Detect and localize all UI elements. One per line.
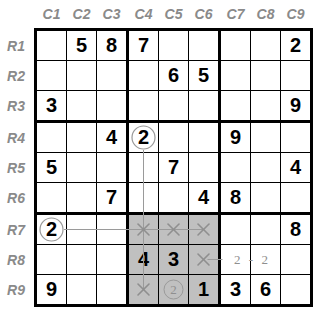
cell-R8C2[interactable] bbox=[67, 245, 97, 275]
row-label-R6: R6 bbox=[0, 190, 32, 206]
cell-R6C8[interactable] bbox=[251, 183, 281, 215]
cell-R8C1[interactable] bbox=[37, 245, 67, 275]
cell-R5C3[interactable] bbox=[97, 153, 129, 183]
given-digit: 3 bbox=[168, 248, 179, 271]
col-label-C3: C3 bbox=[97, 6, 127, 22]
cell-R6C6[interactable]: 4 bbox=[189, 183, 221, 215]
cell-R4C3[interactable]: 4 bbox=[97, 123, 129, 153]
given-digit: 6 bbox=[260, 278, 271, 301]
given-digit: 3 bbox=[46, 94, 57, 117]
given-digit: 9 bbox=[290, 94, 301, 117]
given-digit: 5 bbox=[198, 64, 209, 87]
given-digit: 3 bbox=[230, 278, 241, 301]
cell-R7C7[interactable] bbox=[221, 215, 251, 245]
cell-R1C2[interactable]: 5 bbox=[67, 31, 97, 61]
cell-R2C3[interactable] bbox=[97, 61, 129, 91]
cell-R2C1[interactable] bbox=[37, 61, 67, 91]
given-digit: 2 bbox=[138, 126, 149, 149]
col-label-C6: C6 bbox=[189, 6, 219, 22]
given-digit: 8 bbox=[230, 186, 241, 209]
cell-R3C8[interactable] bbox=[251, 91, 281, 123]
cell-R1C6[interactable] bbox=[189, 31, 221, 61]
cell-R8C9[interactable] bbox=[281, 245, 310, 275]
cell-R5C9[interactable]: 4 bbox=[281, 153, 310, 183]
col-label-C1: C1 bbox=[37, 6, 67, 22]
given-digit: 9 bbox=[230, 126, 241, 149]
cell-R9C1[interactable]: 9 bbox=[37, 275, 67, 304]
cell-R3C4[interactable] bbox=[129, 91, 159, 123]
row-label-R9: R9 bbox=[0, 282, 32, 298]
col-label-C2: C2 bbox=[67, 6, 97, 22]
given-digit: 5 bbox=[76, 34, 87, 57]
cell-R2C2[interactable] bbox=[67, 61, 97, 91]
cell-R5C6[interactable] bbox=[189, 153, 221, 183]
given-digit: 4 bbox=[106, 126, 117, 149]
cell-R3C3[interactable] bbox=[97, 91, 129, 123]
cell-R2C4[interactable] bbox=[129, 61, 159, 91]
cell-R5C5[interactable]: 7 bbox=[159, 153, 189, 183]
cell-R4C5[interactable] bbox=[159, 123, 189, 153]
cell-R5C8[interactable] bbox=[251, 153, 281, 183]
col-label-C8: C8 bbox=[251, 6, 281, 22]
cell-R4C9[interactable] bbox=[281, 123, 310, 153]
row-label-R1: R1 bbox=[0, 38, 32, 54]
cell-R2C7[interactable] bbox=[221, 61, 251, 91]
cell-R1C8[interactable] bbox=[251, 31, 281, 61]
cell-R5C7[interactable] bbox=[221, 153, 251, 183]
cell-R7C5[interactable] bbox=[159, 215, 189, 245]
given-digit: 2 bbox=[46, 218, 57, 241]
cell-R7C8[interactable] bbox=[251, 215, 281, 245]
cell-R4C8[interactable] bbox=[251, 123, 281, 153]
given-digit: 9 bbox=[46, 278, 57, 301]
row-label-R4: R4 bbox=[0, 130, 32, 146]
cell-R4C2[interactable] bbox=[67, 123, 97, 153]
cell-R2C9[interactable] bbox=[281, 61, 310, 91]
cell-R8C4[interactable]: 4 bbox=[129, 245, 159, 275]
cell-R6C5[interactable] bbox=[159, 183, 189, 215]
note-text: 2 - 2 bbox=[221, 252, 281, 268]
cell-R9C8[interactable]: 6 bbox=[251, 275, 281, 304]
cell-R7C4[interactable] bbox=[129, 215, 159, 245]
pencil-digit: 2 bbox=[170, 282, 177, 298]
cell-R4C6[interactable] bbox=[189, 123, 221, 153]
cell-R2C6[interactable]: 5 bbox=[189, 61, 221, 91]
given-digit: 2 bbox=[290, 34, 301, 57]
cell-R7C9[interactable]: 8 bbox=[281, 215, 310, 245]
cell-R3C9[interactable]: 9 bbox=[281, 91, 310, 123]
cell-R1C7[interactable] bbox=[221, 31, 251, 61]
cell-R2C8[interactable] bbox=[251, 61, 281, 91]
cell-R9C9[interactable] bbox=[281, 275, 310, 304]
given-digit: 6 bbox=[168, 64, 179, 87]
cell-R9C7[interactable]: 3 bbox=[221, 275, 251, 304]
cell-R6C3[interactable]: 7 bbox=[97, 183, 129, 215]
given-digit: 4 bbox=[138, 248, 149, 271]
cell-R7C6[interactable] bbox=[189, 215, 221, 245]
cell-R3C6[interactable] bbox=[189, 91, 221, 123]
cell-R9C6[interactable]: 1 bbox=[189, 275, 221, 304]
col-label-C7: C7 bbox=[221, 6, 251, 22]
given-digit: 4 bbox=[198, 186, 209, 209]
cell-R7C1[interactable]: 2 bbox=[37, 215, 67, 245]
cell-R5C2[interactable] bbox=[67, 153, 97, 183]
cell-R3C5[interactable] bbox=[159, 91, 189, 123]
cell-R6C9[interactable] bbox=[281, 183, 310, 215]
cell-R9C3[interactable] bbox=[97, 275, 129, 304]
given-digit: 4 bbox=[290, 156, 301, 179]
cell-R8C3[interactable] bbox=[97, 245, 129, 275]
row-label-R8: R8 bbox=[0, 252, 32, 268]
given-digit: 7 bbox=[138, 34, 149, 57]
cell-R3C2[interactable] bbox=[67, 91, 97, 123]
cell-R4C4[interactable]: 2 bbox=[129, 123, 159, 153]
cell-R2C5[interactable]: 6 bbox=[159, 61, 189, 91]
given-digit: 8 bbox=[290, 218, 301, 241]
given-digit: 7 bbox=[168, 156, 179, 179]
cell-R6C7[interactable]: 8 bbox=[221, 183, 251, 215]
cell-R7C3[interactable] bbox=[97, 215, 129, 245]
cell-R9C4[interactable] bbox=[129, 275, 159, 304]
given-digit: 8 bbox=[106, 34, 117, 57]
row-label-R5: R5 bbox=[0, 160, 32, 176]
row-label-R3: R3 bbox=[0, 98, 32, 114]
cell-R5C1[interactable]: 5 bbox=[37, 153, 67, 183]
cell-R1C5[interactable] bbox=[159, 31, 189, 61]
cell-R7C2[interactable] bbox=[67, 215, 97, 245]
row-label-R2: R2 bbox=[0, 68, 32, 84]
col-label-C5: C5 bbox=[159, 6, 189, 22]
row-label-R7: R7 bbox=[0, 222, 32, 238]
sudoku-diagram: C1C2C3C4C5C6C7C8C9 R1R2R3R4R5R6R7R8R9 58… bbox=[0, 0, 316, 311]
col-label-C9: C9 bbox=[281, 6, 311, 22]
cell-R4C7[interactable]: 9 bbox=[221, 123, 251, 153]
given-digit: 7 bbox=[106, 186, 117, 209]
cell-R3C1[interactable]: 3 bbox=[37, 91, 67, 123]
cell-R1C3[interactable]: 8 bbox=[97, 31, 129, 61]
given-digit: 5 bbox=[46, 156, 57, 179]
cell-R8C5[interactable]: 3 bbox=[159, 245, 189, 275]
cell-R4C1[interactable] bbox=[37, 123, 67, 153]
cell-R1C1[interactable] bbox=[37, 31, 67, 61]
col-label-C4: C4 bbox=[129, 6, 159, 22]
given-digit: 1 bbox=[198, 278, 209, 301]
cell-R8C6[interactable] bbox=[189, 245, 221, 275]
cell-R6C4[interactable] bbox=[129, 183, 159, 215]
cell-R5C4[interactable] bbox=[129, 153, 159, 183]
cell-R1C4[interactable]: 7 bbox=[129, 31, 159, 61]
cell-R6C1[interactable] bbox=[37, 183, 67, 215]
cell-R3C7[interactable] bbox=[221, 91, 251, 123]
cell-R6C2[interactable] bbox=[67, 183, 97, 215]
cell-R9C2[interactable] bbox=[67, 275, 97, 304]
cell-R9C5[interactable]: 2 bbox=[159, 275, 189, 304]
cell-R1C9[interactable]: 2 bbox=[281, 31, 310, 61]
